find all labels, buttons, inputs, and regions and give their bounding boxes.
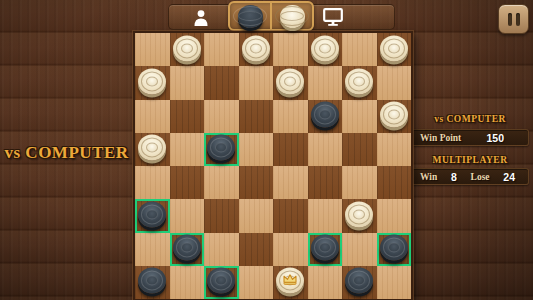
- board-cell-r5c2[interactable]: [204, 199, 239, 232]
- player-icon: [193, 9, 209, 26]
- board-cell-r3c7[interactable]: [377, 133, 412, 166]
- board-cell-r7c6[interactable]: [342, 266, 377, 299]
- board-cell-r0c6[interactable]: [342, 33, 377, 66]
- board-cell-r6c2[interactable]: [204, 233, 239, 266]
- pause-button[interactable]: [498, 4, 529, 34]
- monitor-button[interactable]: [321, 5, 345, 29]
- white-piece[interactable]: [173, 35, 201, 61]
- board-cell-r7c4[interactable]: [273, 266, 308, 299]
- board-cell-r2c6[interactable]: [342, 100, 377, 133]
- board-cell-r5c3[interactable]: [239, 199, 274, 232]
- board-cell-r0c2[interactable]: [204, 33, 239, 66]
- white-piece[interactable]: [311, 35, 339, 61]
- board-cell-r2c4[interactable]: [273, 100, 308, 133]
- board-cell-r3c1[interactable]: [170, 133, 205, 166]
- white-side-button[interactable]: [270, 3, 312, 29]
- board-cell-r5c7[interactable]: [377, 199, 412, 232]
- board-cell-r0c1[interactable]: [170, 33, 205, 66]
- win-point-label: Win Point: [420, 133, 461, 143]
- white-piece[interactable]: [138, 135, 166, 161]
- board-cell-r3c2[interactable]: [204, 133, 239, 166]
- white-piece[interactable]: [345, 68, 373, 94]
- board-cell-r6c5[interactable]: [308, 233, 343, 266]
- monitor-icon: [323, 8, 343, 26]
- board-cell-r1c4[interactable]: [273, 66, 308, 99]
- white-piece[interactable]: [345, 201, 373, 227]
- board-cell-r4c4[interactable]: [273, 166, 308, 199]
- white-piece[interactable]: [380, 35, 408, 61]
- black-piece[interactable]: [138, 268, 166, 294]
- board-cell-r3c0[interactable]: [135, 133, 170, 166]
- board-cell-r1c7[interactable]: [377, 66, 412, 99]
- board-cell-r0c7[interactable]: [377, 33, 412, 66]
- board-cell-r4c1[interactable]: [170, 166, 205, 199]
- board-cell-r1c2[interactable]: [204, 66, 239, 99]
- pause-icon: [508, 13, 512, 26]
- win-label: Win: [420, 172, 437, 182]
- board-cell-r4c6[interactable]: [342, 166, 377, 199]
- board-cell-r7c0[interactable]: [135, 266, 170, 299]
- board-cell-r5c5[interactable]: [308, 199, 343, 232]
- board-cell-r2c2[interactable]: [204, 100, 239, 133]
- board-cell-r7c3[interactable]: [239, 266, 274, 299]
- board-cell-r6c4[interactable]: [273, 233, 308, 266]
- black-piece[interactable]: [207, 268, 235, 294]
- board-cell-r1c5[interactable]: [308, 66, 343, 99]
- board-cell-r0c5[interactable]: [308, 33, 343, 66]
- board-cell-r7c7[interactable]: [377, 266, 412, 299]
- board-cell-r3c5[interactable]: [308, 133, 343, 166]
- board-cell-r3c6[interactable]: [342, 133, 377, 166]
- white-king-piece[interactable]: [276, 268, 304, 294]
- white-piece[interactable]: [138, 68, 166, 94]
- board-cell-r2c5[interactable]: [308, 100, 343, 133]
- board-cell-r6c7[interactable]: [377, 233, 412, 266]
- board-cell-r0c3[interactable]: [239, 33, 274, 66]
- board-cell-r1c0[interactable]: [135, 66, 170, 99]
- board-cell-r2c0[interactable]: [135, 100, 170, 133]
- board-cell-r3c4[interactable]: [273, 133, 308, 166]
- player-button[interactable]: [191, 5, 211, 29]
- board-cell-r4c2[interactable]: [204, 166, 239, 199]
- board-cell-r4c0[interactable]: [135, 166, 170, 199]
- black-checker-icon: [238, 5, 263, 28]
- board-cell-r1c3[interactable]: [239, 66, 274, 99]
- board-cell-r5c1[interactable]: [170, 199, 205, 232]
- lose-value: 24: [503, 171, 515, 183]
- win-value: 8: [451, 171, 457, 183]
- board-cell-r2c7[interactable]: [377, 100, 412, 133]
- board-cell-r5c4[interactable]: [273, 199, 308, 232]
- white-piece[interactable]: [276, 68, 304, 94]
- black-piece[interactable]: [173, 235, 201, 261]
- board-cell-r3c3[interactable]: [239, 133, 274, 166]
- black-piece[interactable]: [311, 102, 339, 128]
- board-cell-r0c0[interactable]: [135, 33, 170, 66]
- multiplayer-record-bar: Win 8 Lose 24: [411, 168, 529, 185]
- board-cell-r6c1[interactable]: [170, 233, 205, 266]
- board-cell-r5c6[interactable]: [342, 199, 377, 232]
- board: [133, 31, 413, 300]
- board-cell-r4c7[interactable]: [377, 166, 412, 199]
- black-piece[interactable]: [311, 235, 339, 261]
- checkers-game-screen: vs COMPUTER vs COMPUTER Win Point 150 MU…: [0, 0, 533, 300]
- white-piece[interactable]: [380, 102, 408, 128]
- multiplayer-panel-title: MULTIPLAYER: [411, 155, 529, 165]
- board-cell-r0c4[interactable]: [273, 33, 308, 66]
- lose-label: Lose: [471, 172, 490, 182]
- board-cell-r5c0[interactable]: [135, 199, 170, 232]
- black-piece[interactable]: [207, 135, 235, 161]
- board-cell-r7c1[interactable]: [170, 266, 205, 299]
- board-cell-r7c2[interactable]: [204, 266, 239, 299]
- white-piece[interactable]: [242, 35, 270, 61]
- side-select-box: [228, 1, 314, 31]
- white-checker-icon: [280, 5, 305, 28]
- win-point-bar: Win Point 150: [411, 129, 529, 146]
- pause-icon: [516, 13, 520, 26]
- board-cell-r4c3[interactable]: [239, 166, 274, 199]
- win-point-value: 150: [486, 132, 504, 144]
- vs-computer-panel-title: vs COMPUTER: [411, 114, 529, 124]
- board-cell-r4c5[interactable]: [308, 166, 343, 199]
- black-piece[interactable]: [138, 201, 166, 227]
- board-cell-r7c5[interactable]: [308, 266, 343, 299]
- black-piece[interactable]: [380, 235, 408, 261]
- vs-computer-label: vs COMPUTER: [0, 143, 133, 163]
- black-piece[interactable]: [345, 268, 373, 294]
- board-cell-r2c1[interactable]: [170, 100, 205, 133]
- board-cell-r6c6[interactable]: [342, 233, 377, 266]
- board-cell-r1c1[interactable]: [170, 66, 205, 99]
- board-cell-r6c0[interactable]: [135, 233, 170, 266]
- board-cell-r1c6[interactable]: [342, 66, 377, 99]
- board-cell-r6c3[interactable]: [239, 233, 274, 266]
- king-crown-icon: [283, 274, 298, 285]
- black-side-button[interactable]: [230, 3, 270, 29]
- board-cell-r2c3[interactable]: [239, 100, 274, 133]
